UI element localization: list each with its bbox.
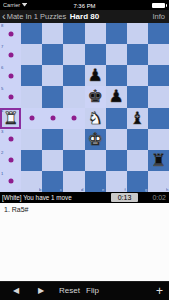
square-c7[interactable] — [42, 44, 63, 65]
square-e8[interactable] — [85, 23, 106, 44]
square-a1[interactable]: 1a — [0, 171, 21, 192]
square-e7[interactable] — [85, 44, 106, 65]
move-text: 1. Ra5# — [4, 206, 29, 213]
square-c5[interactable] — [42, 86, 63, 107]
square-a7[interactable]: 7 — [0, 44, 21, 65]
square-h2[interactable]: ♜ — [148, 150, 169, 171]
white-king: ♚ — [87, 131, 102, 148]
square-f6[interactable] — [106, 65, 127, 86]
white-rook: ♜ — [3, 110, 18, 127]
black-clock: 0:02 — [152, 193, 166, 202]
file-label: f — [125, 188, 126, 192]
legal-move-dot — [8, 94, 13, 99]
file-label: h — [166, 188, 168, 192]
status-time: 7:36 PM — [13, 2, 157, 8]
legal-move-dot — [8, 52, 13, 57]
app-screen: Carrier 7:36 PM ‹ Mate In 1 Puzzles Hard… — [0, 0, 169, 300]
square-e6[interactable]: ♟ — [85, 65, 106, 86]
legal-move-dot — [8, 179, 13, 184]
square-d7[interactable] — [63, 44, 84, 65]
black-rook: ♜ — [151, 152, 166, 169]
black-bishop: ♝ — [130, 110, 145, 127]
legal-move-dot — [71, 116, 76, 121]
rank-label: 7 — [1, 44, 3, 48]
rank-label: 3 — [1, 129, 3, 133]
rank-label: 2 — [1, 150, 3, 154]
square-d5[interactable] — [63, 86, 84, 107]
square-g3[interactable] — [127, 129, 148, 150]
page-title: Hard 80 — [0, 10, 169, 23]
legal-move-dot — [29, 116, 34, 121]
square-h4[interactable] — [148, 108, 169, 129]
flip-button[interactable]: Flip — [86, 282, 99, 300]
white-clock: 0:13 — [111, 193, 138, 202]
square-a3[interactable]: 3 — [0, 129, 21, 150]
square-f2[interactable] — [106, 150, 127, 171]
square-g8[interactable] — [127, 23, 148, 44]
square-g2[interactable] — [127, 150, 148, 171]
square-g1[interactable]: g — [127, 171, 148, 192]
add-button[interactable]: + — [156, 282, 163, 300]
prev-move-button[interactable]: ◀ — [13, 282, 19, 300]
square-h8[interactable] — [148, 23, 169, 44]
square-g7[interactable] — [127, 44, 148, 65]
file-label: e — [102, 188, 104, 192]
square-b1[interactable]: b — [21, 171, 42, 192]
square-b7[interactable] — [21, 44, 42, 65]
legal-move-dot — [8, 31, 13, 36]
info-button[interactable]: Info — [152, 10, 165, 23]
rank-label: 1 — [1, 171, 3, 175]
legal-move-dot — [50, 116, 55, 121]
square-b6[interactable] — [21, 65, 42, 86]
file-label: d — [81, 188, 83, 192]
status-bar: Carrier 7:36 PM — [0, 0, 169, 10]
square-f3[interactable] — [106, 129, 127, 150]
square-h5[interactable] — [148, 86, 169, 107]
black-pawn: ♟ — [87, 67, 102, 84]
next-move-button[interactable]: ▶ — [38, 282, 44, 300]
square-h3[interactable] — [148, 129, 169, 150]
move-info-bar: [White] You have 1 move 0:13 0:02 — [0, 192, 169, 203]
square-c8[interactable] — [42, 23, 63, 44]
square-d4[interactable] — [63, 108, 84, 129]
square-b3[interactable] — [21, 129, 42, 150]
square-c6[interactable] — [42, 65, 63, 86]
square-e2[interactable] — [85, 150, 106, 171]
square-g5[interactable] — [127, 86, 148, 107]
square-d2[interactable] — [63, 150, 84, 171]
file-label: b — [39, 188, 41, 192]
square-g6[interactable] — [127, 65, 148, 86]
legal-move-dot — [8, 73, 13, 78]
square-d6[interactable] — [63, 65, 84, 86]
rank-label: 8 — [1, 23, 3, 27]
move-list: 1. Ra5# — [0, 203, 169, 281]
battery-icon — [152, 3, 165, 8]
bottom-toolbar: ◀ ▶ Reset Flip + — [0, 281, 169, 300]
legal-move-dot — [8, 158, 13, 163]
reset-button[interactable]: Reset — [59, 282, 80, 300]
square-b4[interactable] — [21, 108, 42, 129]
square-d3[interactable] — [63, 129, 84, 150]
square-c3[interactable] — [42, 129, 63, 150]
square-c1[interactable]: c — [42, 171, 63, 192]
move-info-text: [White] You have 1 move — [2, 193, 72, 203]
square-e3[interactable]: ♚ — [85, 129, 106, 150]
square-a2[interactable]: 2 — [0, 150, 21, 171]
square-e5[interactable]: ♚ — [85, 86, 106, 107]
file-label: g — [145, 188, 147, 192]
square-c2[interactable] — [42, 150, 63, 171]
square-f4[interactable] — [106, 108, 127, 129]
square-h6[interactable] — [148, 65, 169, 86]
square-d1[interactable]: d — [63, 171, 84, 192]
square-b5[interactable] — [21, 86, 42, 107]
square-f7[interactable] — [106, 44, 127, 65]
square-d8[interactable] — [63, 23, 84, 44]
square-b2[interactable] — [21, 150, 42, 171]
square-f5[interactable]: ♟ — [106, 86, 127, 107]
square-a5[interactable]: 5 — [0, 86, 21, 107]
board: 876♟5♚♟4♜♞♝3♚2♜1abcdefgh — [0, 23, 169, 192]
rank-label: 5 — [1, 86, 3, 90]
square-h7[interactable] — [148, 44, 169, 65]
nav-bar: ‹ Mate In 1 Puzzles Hard 80 Info — [0, 10, 169, 23]
square-f1[interactable]: f — [106, 171, 127, 192]
legal-move-dot — [8, 137, 13, 142]
square-c4[interactable] — [42, 108, 63, 129]
square-h1[interactable]: h — [148, 171, 169, 192]
file-label: a — [18, 188, 20, 192]
square-a4[interactable]: 4♜ — [0, 108, 21, 129]
square-a6[interactable]: 6 — [0, 65, 21, 86]
square-e4[interactable]: ♞ — [85, 108, 106, 129]
black-pawn: ♟ — [109, 88, 124, 105]
rank-label: 6 — [1, 65, 3, 69]
square-b8[interactable] — [21, 23, 42, 44]
square-g4[interactable]: ♝ — [127, 108, 148, 129]
black-king: ♚ — [87, 88, 102, 105]
square-f8[interactable] — [106, 23, 127, 44]
white-knight: ♞ — [87, 110, 102, 127]
square-e1[interactable]: e — [85, 171, 106, 192]
square-a8[interactable]: 8 — [0, 23, 21, 44]
